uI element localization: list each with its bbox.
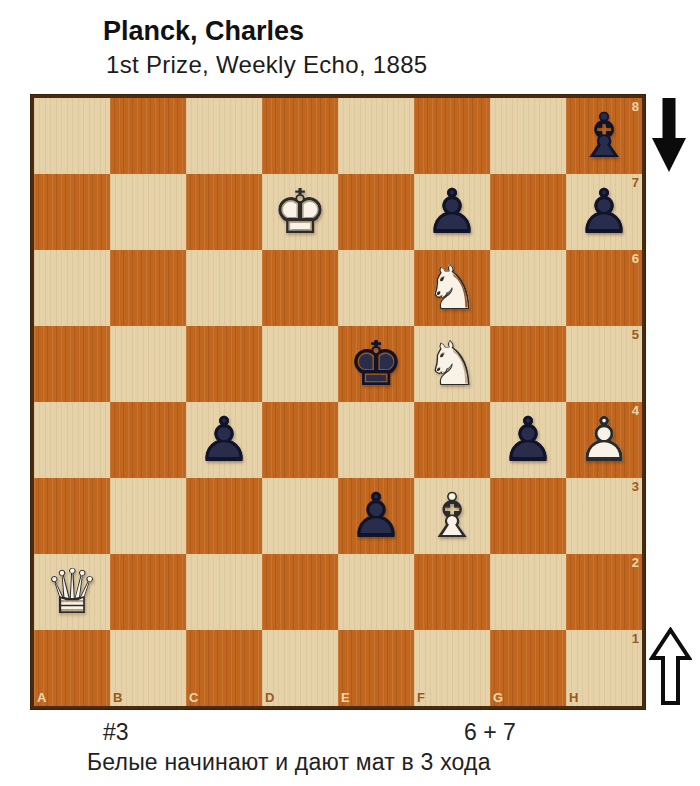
square-c3 [186,478,262,554]
white-knight: ♞♘ [414,250,490,326]
square-h7: 7♟♙ [566,174,642,250]
black-pawn: ♟♙ [338,478,414,554]
square-g8 [490,98,566,174]
square-f3: ♝♗ [414,478,490,554]
rank-label-1: 1 [632,632,639,645]
rank-label-5: 5 [632,328,639,341]
square-h4: 4♟♙ [566,402,642,478]
square-e2 [338,554,414,630]
rank-label-4: 4 [632,404,639,417]
file-label-b: B [113,691,122,704]
square-g1: G [490,630,566,706]
white-up-arrow-icon [649,627,692,706]
square-e7 [338,174,414,250]
chess-problem-diagram: Planck, Charles 1st Prize, Weekly Echo, … [0,0,700,786]
square-f4 [414,402,490,478]
white-knight: ♞♘ [414,326,490,402]
square-g2 [490,554,566,630]
square-g3 [490,478,566,554]
square-e3: ♟♙ [338,478,414,554]
stipulation-mate-in-3: #3 [103,719,129,746]
black-bishop: ♝♗ [566,98,642,174]
square-a2: ♛♕ [34,554,110,630]
square-h1: H1 [566,630,642,706]
square-a3 [34,478,110,554]
square-e8 [338,98,414,174]
square-g4: ♟♙ [490,402,566,478]
rank-label-6: 6 [632,252,639,265]
white-king: ♚♔ [262,174,338,250]
white-pawn: ♟♙ [566,402,642,478]
square-d6 [262,250,338,326]
square-a6 [34,250,110,326]
square-h3: 3 [566,478,642,554]
source-line: 1st Prize, Weekly Echo, 1885 [106,51,427,79]
square-a5 [34,326,110,402]
square-d8 [262,98,338,174]
square-h5: 5 [566,326,642,402]
square-g5 [490,326,566,402]
square-g7 [490,174,566,250]
square-h6: 6 [566,250,642,326]
black-king: ♚♔ [338,326,414,402]
caption-russian: Белые начинают и дают мат в 3 хода [87,749,491,776]
square-f5: ♞♘ [414,326,490,402]
square-c2 [186,554,262,630]
square-d7: ♚♔ [262,174,338,250]
square-b2 [110,554,186,630]
black-down-arrow-icon [652,98,686,172]
composer-name: Planck, Charles [103,16,304,47]
rank-label-7: 7 [632,176,639,189]
square-g6 [490,250,566,326]
black-pawn: ♟♙ [186,402,262,478]
square-c8 [186,98,262,174]
square-h8: 8♝♗ [566,98,642,174]
rank-label-3: 3 [632,480,639,493]
square-d4 [262,402,338,478]
square-f6: ♞♘ [414,250,490,326]
file-label-g: G [493,691,503,704]
square-b5 [110,326,186,402]
square-b6 [110,250,186,326]
square-c6 [186,250,262,326]
square-f8 [414,98,490,174]
square-c1: C [186,630,262,706]
chess-board: 8♝♗♚♔♟♙7♟♙♞♘6♚♔♞♘5♟♙♟♙4♟♙♟♙♝♗3♛♕2ABCDEFG… [31,95,645,709]
file-label-h: H [569,691,578,704]
black-pawn: ♟♙ [490,402,566,478]
square-d1: D [262,630,338,706]
square-b3 [110,478,186,554]
square-d2 [262,554,338,630]
black-pawn: ♟♙ [566,174,642,250]
square-d5 [262,326,338,402]
file-label-d: D [265,691,274,704]
square-b7 [110,174,186,250]
square-a7 [34,174,110,250]
square-f7: ♟♙ [414,174,490,250]
rank-label-2: 2 [632,556,639,569]
black-pawn: ♟♙ [414,174,490,250]
square-f2 [414,554,490,630]
square-a4 [34,402,110,478]
material-count: 6 + 7 [464,719,516,746]
file-label-e: E [341,691,350,704]
square-c7 [186,174,262,250]
square-c5 [186,326,262,402]
file-label-c: C [189,691,198,704]
square-b4 [110,402,186,478]
square-e6 [338,250,414,326]
rank-label-8: 8 [632,100,639,113]
square-a1: A [34,630,110,706]
file-label-f: F [417,691,425,704]
square-e1: E [338,630,414,706]
white-bishop: ♝♗ [414,478,490,554]
square-e5: ♚♔ [338,326,414,402]
square-e4 [338,402,414,478]
square-h2: 2 [566,554,642,630]
square-a8 [34,98,110,174]
file-label-a: A [37,691,46,704]
square-f1: F [414,630,490,706]
square-b8 [110,98,186,174]
square-c4: ♟♙ [186,402,262,478]
square-d3 [262,478,338,554]
white-queen: ♛♕ [34,554,110,630]
square-b1: B [110,630,186,706]
